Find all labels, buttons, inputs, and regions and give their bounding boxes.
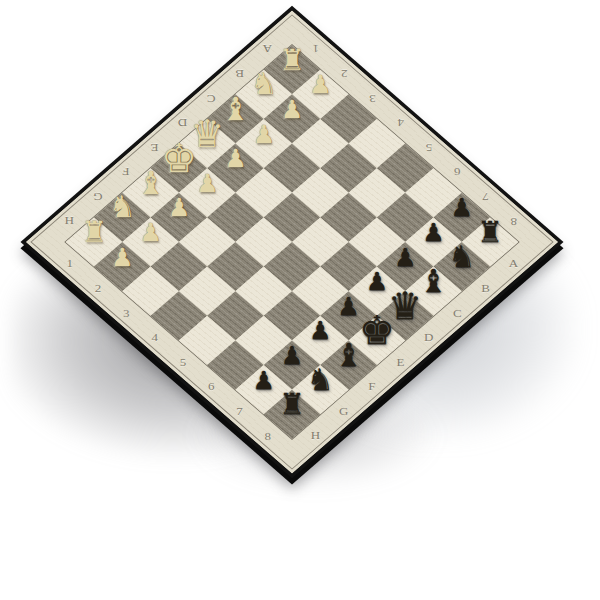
rank-label-text: 5 xyxy=(180,356,187,367)
chess-board: 12345678A♜♟♟♜AB♞♟♟♞BC♝♟♟♝CD♛♟♟♛DE♚♟♟♚EF♝… xyxy=(20,6,563,478)
rank-label-text: 1 xyxy=(67,257,74,268)
rank-label-text: 4 xyxy=(398,117,405,128)
board-grid: 12345678A♜♟♟♜AB♞♟♟♞BC♝♟♟♝CD♛♟♟♛DE♚♟♟♚EF♝… xyxy=(26,11,558,474)
rank-label-text: 6 xyxy=(208,380,215,391)
board-frame: 12345678A♜♟♟♜AB♞♟♟♞BC♝♟♟♝CD♛♟♟♛DE♚♟♟♚EF♝… xyxy=(20,6,563,478)
file-label-text: F xyxy=(369,380,376,391)
rank-label-text: 6 xyxy=(454,166,461,177)
rank-label-text: 3 xyxy=(123,306,130,317)
file-label-text: C xyxy=(453,306,462,317)
file-label-text: D xyxy=(424,331,433,342)
rank-label-text: 3 xyxy=(369,92,376,103)
board-border: 12345678A♜♟♟♜AB♞♟♟♞BC♝♟♟♝CD♛♟♟♛DE♚♟♟♚EF♝… xyxy=(26,11,558,474)
black-rook-h8: ♜ xyxy=(270,382,314,426)
rank-label-text: 7 xyxy=(236,405,243,416)
file-label-text: B xyxy=(481,282,490,293)
photo-canvas: 12345678A♜♟♟♜AB♞♟♟♞BC♝♟♟♝CD♛♟♟♛DE♚♟♟♚EF♝… xyxy=(0,0,600,600)
file-label-text: A xyxy=(509,257,518,268)
white-pawn-h2: ♟ xyxy=(100,235,144,279)
file-label-text: E xyxy=(397,356,405,367)
rank-label-text: 8 xyxy=(265,430,272,441)
file-label-text: H xyxy=(311,430,320,441)
file-label-text: G xyxy=(340,405,349,416)
rank-label-text: 5 xyxy=(426,142,433,153)
rank-label-text: 4 xyxy=(152,331,159,342)
rank-label-text: 2 xyxy=(95,282,101,293)
